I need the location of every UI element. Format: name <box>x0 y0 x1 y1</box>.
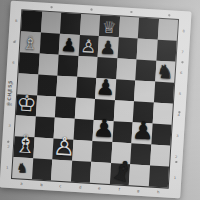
square-g5[interactable] <box>134 80 155 102</box>
rank-label-right-5: 5 <box>177 87 183 100</box>
square-c6[interactable] <box>57 55 78 77</box>
square-h8[interactable] <box>157 19 178 41</box>
rank-label-left-5: 5 <box>9 77 15 90</box>
rivet-dot <box>175 161 177 163</box>
rank-label-right-8: 8 <box>181 24 187 37</box>
chessboard: ♕♗♙♟♟♞♟♔♟♟♙♗♝♞ ®CHESS abcdefgh 12345678 … <box>0 1 192 199</box>
square-g6[interactable] <box>135 59 156 81</box>
square-f7[interactable] <box>117 37 138 59</box>
square-b4[interactable] <box>35 95 56 117</box>
rivet-dot <box>130 11 132 13</box>
square-b6[interactable] <box>38 53 59 75</box>
square-b3[interactable] <box>34 116 55 138</box>
rank-label-left-4: 4 <box>8 98 14 111</box>
square-h5[interactable] <box>153 82 174 104</box>
file-label-c: c <box>54 183 66 189</box>
file-label-b: b <box>35 182 47 188</box>
square-h3[interactable] <box>151 124 172 146</box>
square-b1[interactable] <box>32 158 53 180</box>
white-pawn-d7[interactable]: ♙ <box>78 37 99 56</box>
rivet-dot <box>7 141 9 143</box>
square-a6[interactable] <box>18 52 39 74</box>
white-pawn-c2[interactable]: ♙ <box>52 134 73 160</box>
rank-label-left-6: 6 <box>11 56 17 69</box>
rivet-dot <box>10 91 12 93</box>
square-e2[interactable] <box>91 141 112 163</box>
square-h2[interactable] <box>150 144 171 166</box>
square-b8[interactable] <box>40 12 61 34</box>
black-pawn-e5[interactable]: ♟ <box>95 77 116 99</box>
square-g8[interactable] <box>138 18 159 40</box>
black-pawn-g3[interactable]: ♟ <box>131 118 152 143</box>
square-f4[interactable] <box>113 100 134 122</box>
square-f3[interactable] <box>112 121 133 143</box>
rivet-dot <box>178 111 180 113</box>
square-c1[interactable] <box>51 159 72 181</box>
square-a8[interactable] <box>21 10 42 32</box>
square-h7[interactable] <box>156 40 177 62</box>
black-pawn-e7[interactable]: ♟ <box>98 38 119 57</box>
square-b7[interactable] <box>39 33 60 55</box>
square-f8[interactable] <box>118 16 139 38</box>
square-b5[interactable] <box>37 74 58 96</box>
square-d1[interactable] <box>70 161 91 183</box>
square-a1[interactable] <box>12 157 33 179</box>
rivet-dot <box>90 9 92 11</box>
file-label-d: d <box>74 184 86 190</box>
file-label-h: h <box>152 189 164 195</box>
square-d5[interactable] <box>76 77 97 99</box>
square-c5[interactable] <box>56 76 77 98</box>
rank-label-right-4: 4 <box>176 108 182 121</box>
file-label-a: a <box>15 181 27 187</box>
rivet-dot <box>50 6 52 8</box>
square-f6[interactable] <box>116 58 137 80</box>
square-d4[interactable] <box>74 98 95 120</box>
square-f5[interactable] <box>114 79 135 101</box>
file-label-f: f <box>113 187 125 193</box>
black-pawn-e3[interactable]: ♟ <box>93 116 114 141</box>
rivet-dot <box>168 14 170 16</box>
rank-label-left-3: 3 <box>7 119 13 132</box>
rank-label-right-7: 7 <box>179 45 185 58</box>
file-label-g: g <box>132 188 144 194</box>
black-knight-h6[interactable]: ♞ <box>155 62 176 82</box>
photo-scene: ♕♗♙♟♟♞♟♔♟♟♙♗♝♞ ®CHESS abcdefgh 12345678 … <box>0 0 200 200</box>
square-d3[interactable] <box>73 119 94 141</box>
square-c8[interactable] <box>60 13 81 35</box>
file-label-e: e <box>93 186 105 192</box>
white-bishop-a2[interactable]: ♗ <box>13 131 34 157</box>
white-bishop-a7[interactable]: ♗ <box>20 33 41 52</box>
square-c4[interactable] <box>55 97 76 119</box>
square-h1[interactable] <box>148 165 169 187</box>
rank-label-right-3: 3 <box>174 129 180 142</box>
rank-label-right-6: 6 <box>178 66 184 79</box>
rank-label-right-1: 1 <box>172 171 178 184</box>
square-g7[interactable] <box>137 38 158 60</box>
square-h4[interactable] <box>152 103 173 125</box>
rivet-dot <box>181 61 183 63</box>
square-d6[interactable] <box>77 56 98 78</box>
rank-label-left-8: 8 <box>13 14 19 27</box>
rivet-dot <box>13 41 15 43</box>
white-queen-e8[interactable]: ♕ <box>99 19 119 36</box>
rank-label-left-1: 1 <box>4 161 10 174</box>
square-d8[interactable] <box>79 14 100 36</box>
white-king-a4[interactable]: ♔ <box>16 92 37 115</box>
black-pawn-c7[interactable]: ♟ <box>59 36 80 55</box>
